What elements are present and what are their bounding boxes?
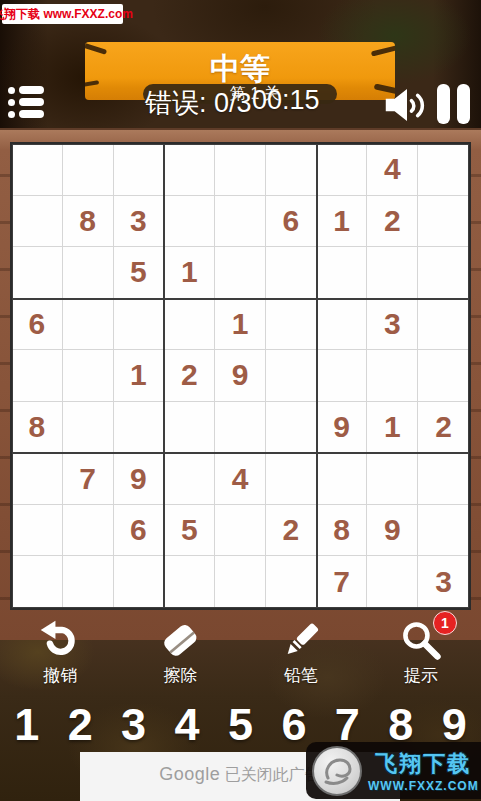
- sudoku-cell[interactable]: [266, 144, 317, 196]
- watermark-text: 飞翔下载 WWW.FXXZ.COM: [368, 749, 479, 793]
- sudoku-cell[interactable]: [367, 453, 418, 505]
- numpad-4[interactable]: 4: [175, 702, 200, 747]
- sudoku-cell[interactable]: 4: [215, 453, 266, 505]
- undo-label: 撤销: [43, 664, 77, 687]
- download-site-banner: 飞翔下载 www.FXXZ.com: [2, 4, 123, 24]
- sudoku-cell[interactable]: 1: [317, 196, 368, 248]
- sudoku-cell[interactable]: [418, 299, 469, 351]
- sudoku-cell[interactable]: 2: [367, 196, 418, 248]
- sudoku-cell[interactable]: 2: [266, 505, 317, 557]
- numpad-7[interactable]: 7: [335, 702, 360, 747]
- sudoku-cell[interactable]: 9: [367, 505, 418, 557]
- pause-button[interactable]: [437, 84, 470, 124]
- sudoku-cell[interactable]: 7: [63, 453, 114, 505]
- sudoku-cell[interactable]: [215, 505, 266, 557]
- pencil-icon: [279, 618, 323, 662]
- toolbar: 撤销 擦除 铅笔 1: [0, 618, 481, 700]
- sudoku-cell[interactable]: [418, 505, 469, 557]
- sudoku-cell[interactable]: [12, 556, 63, 608]
- pencil-button[interactable]: 铅笔: [251, 618, 351, 687]
- menu-button[interactable]: [8, 86, 44, 118]
- sudoku-cell[interactable]: [266, 247, 317, 299]
- ad-text: Google 已关闭此广告: [159, 764, 321, 801]
- sudoku-cell[interactable]: [418, 350, 469, 402]
- sudoku-cell[interactable]: [215, 556, 266, 608]
- sudoku-cell[interactable]: [317, 453, 368, 505]
- erase-button[interactable]: 擦除: [130, 618, 230, 687]
- sudoku-cell[interactable]: [418, 144, 469, 196]
- sudoku-cell[interactable]: [114, 299, 165, 351]
- sudoku-cell[interactable]: [164, 196, 215, 248]
- sudoku-cell[interactable]: 9: [114, 453, 165, 505]
- sudoku-cell[interactable]: [317, 299, 368, 351]
- sudoku-cell[interactable]: [164, 144, 215, 196]
- sudoku-cell[interactable]: 3: [418, 556, 469, 608]
- pause-icon: [437, 84, 450, 124]
- sudoku-cell[interactable]: [63, 556, 114, 608]
- sudoku-cell[interactable]: 8: [63, 196, 114, 248]
- sudoku-cell[interactable]: [367, 350, 418, 402]
- sudoku-cell[interactable]: 3: [367, 299, 418, 351]
- hint-label: 提示: [404, 664, 438, 687]
- errors-counter: 错误: 0/3: [145, 85, 252, 121]
- numpad-3[interactable]: 3: [121, 702, 146, 747]
- sudoku-cell[interactable]: 6: [114, 505, 165, 557]
- sudoku-cell[interactable]: [164, 402, 215, 454]
- sudoku-cell[interactable]: [63, 299, 114, 351]
- sudoku-cell[interactable]: 6: [12, 299, 63, 351]
- ad-brand: Google: [159, 764, 220, 784]
- sudoku-cell[interactable]: [12, 350, 63, 402]
- sudoku-cell[interactable]: 1: [114, 350, 165, 402]
- numpad-1[interactable]: 1: [14, 702, 39, 747]
- sudoku-cell[interactable]: [266, 556, 317, 608]
- undo-button[interactable]: 撤销: [10, 618, 110, 687]
- sudoku-cell[interactable]: [63, 402, 114, 454]
- sudoku-cell[interactable]: [164, 299, 215, 351]
- watermark: 飞翔下载 WWW.FXXZ.COM: [306, 742, 481, 799]
- sudoku-cell[interactable]: [367, 556, 418, 608]
- numpad-8[interactable]: 8: [388, 702, 413, 747]
- sudoku-cell[interactable]: 8: [12, 402, 63, 454]
- numpad-6[interactable]: 6: [281, 702, 306, 747]
- sudoku-cell[interactable]: 5: [164, 505, 215, 557]
- sudoku-cell[interactable]: 8: [317, 505, 368, 557]
- numpad-2[interactable]: 2: [68, 702, 93, 747]
- sudoku-cell[interactable]: [418, 453, 469, 505]
- menu-icon: [8, 86, 44, 94]
- sudoku-cell[interactable]: 1: [367, 402, 418, 454]
- sudoku-app: 飞翔下载 www.FXXZ.com 中等 第 1 关 错误: 0/3 00:15…: [0, 0, 481, 801]
- eraser-icon: [158, 618, 202, 662]
- sudoku-cell[interactable]: [418, 196, 469, 248]
- sudoku-cell[interactable]: [164, 556, 215, 608]
- sudoku-cell[interactable]: [114, 144, 165, 196]
- sudoku-cell[interactable]: [367, 247, 418, 299]
- sudoku-cell[interactable]: 9: [317, 402, 368, 454]
- sudoku-cell[interactable]: [114, 556, 165, 608]
- numpad-9[interactable]: 9: [442, 702, 467, 747]
- menu-icon: [8, 110, 44, 118]
- sudoku-cell[interactable]: 4: [367, 144, 418, 196]
- sudoku-cell[interactable]: 9: [215, 350, 266, 402]
- watermark-title: 飞翔下载: [375, 749, 471, 779]
- sudoku-cell[interactable]: [12, 144, 63, 196]
- hint-badge: 1: [433, 611, 457, 635]
- sudoku-cell[interactable]: 6: [266, 196, 317, 248]
- sudoku-cell[interactable]: [317, 144, 368, 196]
- sudoku-cell[interactable]: 1: [164, 247, 215, 299]
- undo-icon: [38, 618, 82, 662]
- sudoku-cell[interactable]: [266, 299, 317, 351]
- sudoku-cell[interactable]: [266, 453, 317, 505]
- sudoku-cell[interactable]: [114, 402, 165, 454]
- speaker-icon: [384, 84, 430, 126]
- sudoku-cell[interactable]: 1: [215, 299, 266, 351]
- sudoku-cell[interactable]: [63, 247, 114, 299]
- pencil-label: 铅笔: [284, 664, 318, 687]
- watermark-logo-icon: [312, 746, 362, 796]
- sudoku-cell[interactable]: [215, 196, 266, 248]
- timer: 00:15: [252, 85, 320, 116]
- sudoku-cell[interactable]: 5: [114, 247, 165, 299]
- sudoku-cell[interactable]: [12, 453, 63, 505]
- sound-button[interactable]: [384, 84, 430, 130]
- sudoku-cell[interactable]: [215, 247, 266, 299]
- watermark-url: WWW.FXXZ.COM: [368, 779, 479, 793]
- sudoku-cell[interactable]: [12, 247, 63, 299]
- sudoku-cell[interactable]: 3: [114, 196, 165, 248]
- sudoku-cell[interactable]: [164, 453, 215, 505]
- pause-icon: [457, 84, 470, 124]
- sudoku-cell[interactable]: [266, 402, 317, 454]
- sudoku-cell[interactable]: [63, 350, 114, 402]
- sudoku-cell[interactable]: [266, 350, 317, 402]
- sudoku-cell[interactable]: 2: [418, 402, 469, 454]
- sudoku-cell[interactable]: [317, 350, 368, 402]
- sudoku-cell[interactable]: 7: [317, 556, 368, 608]
- sudoku-cell[interactable]: [63, 505, 114, 557]
- hint-button[interactable]: 1 提示: [371, 618, 471, 687]
- sudoku-cell[interactable]: [317, 247, 368, 299]
- sudoku-cell[interactable]: [12, 505, 63, 557]
- menu-icon: [8, 98, 44, 106]
- sudoku-cell[interactable]: [215, 144, 266, 196]
- sudoku-cell[interactable]: [63, 144, 114, 196]
- sudoku-board: 4836125161312989127946528973: [10, 142, 471, 610]
- sudoku-cell[interactable]: [418, 247, 469, 299]
- sudoku-cell[interactable]: [215, 402, 266, 454]
- sudoku-cell[interactable]: [12, 196, 63, 248]
- sudoku-cell[interactable]: 2: [164, 350, 215, 402]
- erase-label: 擦除: [163, 664, 197, 687]
- numpad-5[interactable]: 5: [228, 702, 253, 747]
- sudoku-grid: 4836125161312989127946528973: [12, 144, 469, 608]
